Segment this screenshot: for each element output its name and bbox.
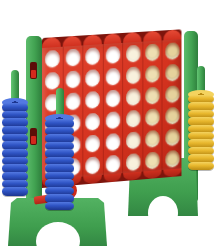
board-cell-r3c5 — [122, 85, 142, 108]
board-hole-empty — [45, 49, 60, 67]
board-hole-empty — [145, 129, 159, 147]
board-cell-r1c1 — [42, 47, 62, 70]
board-hole-empty — [86, 156, 101, 174]
board-hole-empty — [145, 151, 159, 169]
foot-arch-cutout — [148, 196, 178, 230]
board-cell-r2c5 — [122, 63, 142, 86]
board-cell-r6c6 — [142, 148, 162, 171]
disc-ring-blue — [2, 187, 28, 196]
disc-rings — [45, 120, 74, 210]
disc-rings — [2, 104, 28, 196]
board-cell-r5c4 — [103, 130, 123, 153]
board-hole-empty — [126, 153, 140, 171]
board-hole-empty — [106, 46, 121, 64]
board-cell-r1c6 — [142, 40, 162, 63]
board-hole-empty — [45, 71, 60, 89]
board-cell-r2c6 — [142, 62, 162, 85]
board-hole-empty — [86, 134, 101, 152]
board-hole-empty — [86, 112, 101, 130]
disc-rings — [188, 96, 214, 170]
board-cell-r4c3 — [82, 110, 102, 133]
board-cell-r1c4 — [103, 43, 123, 66]
board-hole-empty — [86, 47, 101, 65]
board-hole-empty — [66, 48, 81, 66]
board-hole-empty — [126, 131, 140, 149]
board-hole-empty — [145, 65, 159, 83]
board-cell-r3c3 — [82, 88, 102, 111]
board-cell-r5c6 — [142, 127, 162, 150]
board-cell-r3c7 — [162, 82, 182, 105]
board-cell-r6c4 — [103, 152, 123, 175]
board-hole-empty — [86, 69, 101, 87]
board-cell-r4c7 — [162, 104, 182, 127]
board-hole-empty — [126, 66, 140, 84]
scallop-bump — [164, 168, 182, 177]
board-cell-r1c7 — [162, 39, 182, 62]
board-hole-empty — [126, 109, 140, 127]
board-hole-empty — [165, 85, 179, 103]
board-hole-empty — [145, 43, 159, 61]
scallop-bump — [83, 175, 101, 184]
board-cell-r3c6 — [142, 84, 162, 107]
foot-arch-cutout — [36, 222, 80, 250]
board-hole-empty — [86, 90, 101, 108]
release-slider-upper — [31, 70, 36, 78]
disc-ring-blue — [45, 202, 74, 211]
board-hole-empty — [66, 70, 81, 88]
board-hole-empty — [106, 154, 121, 172]
disc-stack-blue-front — [45, 88, 74, 210]
giant-connect-four-product-photo — [0, 0, 217, 250]
board-hole-empty — [165, 149, 179, 167]
board-hole-empty — [145, 108, 159, 126]
release-slot-upper — [30, 62, 37, 79]
release-slot-lower — [30, 128, 37, 145]
board-hole-empty — [126, 44, 140, 62]
board-hole-empty — [106, 67, 121, 85]
scallop-bump — [144, 170, 162, 179]
board-cell-r5c7 — [162, 125, 182, 148]
disc-stack-yellow — [188, 66, 214, 170]
board-cell-r2c7 — [162, 61, 182, 84]
board-cell-r3c4 — [103, 86, 123, 109]
board-cell-r1c5 — [122, 42, 142, 65]
board-cell-r2c4 — [103, 65, 123, 88]
board-cell-r2c3 — [82, 66, 102, 89]
board-hole-empty — [165, 42, 179, 60]
frame-post-left — [26, 36, 42, 212]
board-hole-empty — [165, 106, 179, 124]
board-cell-r6c5 — [122, 150, 142, 173]
scallop-bump — [103, 173, 121, 182]
board-cell-r6c7 — [162, 147, 182, 170]
board-cell-r5c3 — [82, 131, 102, 154]
board-hole-empty — [106, 89, 121, 107]
board-cell-r4c6 — [142, 105, 162, 128]
scallop-bump — [124, 172, 142, 181]
board-hole-empty — [106, 132, 121, 150]
disc-stack-blue-rear — [2, 70, 28, 196]
board-cell-r4c4 — [103, 108, 123, 131]
board-hole-empty — [106, 111, 121, 129]
board-cell-r6c3 — [82, 153, 102, 176]
board-cell-r4c5 — [122, 107, 142, 130]
disc-ring-yellow — [188, 162, 214, 170]
board-cell-r1c3 — [82, 44, 102, 67]
board-hole-empty — [126, 88, 140, 106]
board-cell-r1c2 — [62, 45, 82, 68]
board-hole-empty — [165, 63, 179, 81]
board-cell-r5c5 — [122, 128, 142, 151]
release-slider-lower — [31, 136, 36, 144]
board-hole-empty — [145, 86, 159, 104]
board-hole-empty — [165, 128, 179, 146]
